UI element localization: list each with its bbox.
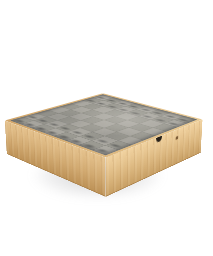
scene: ♜♞♝♛♚♝♞♜♟♟♟♟♟♟♟♟♟♟♟♟♟♟♟♟♜♞♝♛♚♝♞♜ [0,0,213,256]
wooden-chess-box: ♜♞♝♛♚♝♞♜♟♟♟♟♟♟♟♟♟♟♟♟♟♟♟♟♜♞♝♛♚♝♞♜ [5,93,203,157]
product-photo: ♜♞♝♛♚♝♞♜♟♟♟♟♟♟♟♟♟♟♟♟♟♟♟♟♜♞♝♛♚♝♞♜ [0,0,213,256]
piece-glyph: ♟ [163,102,188,123]
piece-glyph: ♜ [91,123,120,150]
